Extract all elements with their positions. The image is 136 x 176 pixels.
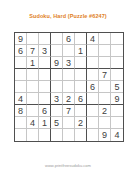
cell-r4c4 [51, 69, 63, 81]
cell-r3c8 [99, 57, 111, 69]
cell-r7c5: 7 [63, 105, 75, 117]
cell-r7c4 [51, 105, 63, 117]
cell-r1c5: 6 [63, 33, 75, 45]
cell-r5c5 [63, 81, 75, 93]
cell-r7c3: 6 [39, 105, 51, 117]
cell-r1c1: 9 [15, 33, 27, 45]
cell-r8c2: 4 [27, 117, 39, 129]
cell-r4c7 [87, 69, 99, 81]
cell-r6c7 [87, 93, 99, 105]
cell-r1c9 [111, 33, 123, 45]
cell-r4c6 [75, 69, 87, 81]
cell-r7c6 [75, 105, 87, 117]
cell-r3c9 [111, 57, 123, 69]
cell-r9c2 [27, 129, 39, 141]
cell-r9c4 [51, 129, 63, 141]
cell-r3c5: 3 [63, 57, 75, 69]
cell-r2c9 [111, 45, 123, 57]
cell-r4c9 [111, 69, 123, 81]
cell-r6c6: 6 [75, 93, 87, 105]
cell-r1c6 [75, 33, 87, 45]
cell-r9c3 [39, 129, 51, 141]
cell-r3c7 [87, 57, 99, 69]
page-title: Sudoku, Hard (Puzzle #6247) [0, 13, 136, 20]
cell-r3c4: 9 [51, 57, 63, 69]
cell-r3c6 [75, 57, 87, 69]
cell-r2c1: 6 [15, 45, 27, 57]
cell-r2c2: 7 [27, 45, 39, 57]
cell-r8c7 [87, 117, 99, 129]
cell-r7c9 [111, 105, 123, 117]
cell-r1c3 [39, 33, 51, 45]
cell-r4c5 [63, 69, 75, 81]
cell-r9c5 [63, 129, 75, 141]
cell-r3c1 [15, 57, 27, 69]
cell-r8c3: 1 [39, 117, 51, 129]
sudoku-grid: 9646731193765432698672415294 [14, 32, 124, 142]
cell-r1c2 [27, 33, 39, 45]
cell-r5c3 [39, 81, 51, 93]
cell-r5c6 [75, 81, 87, 93]
cell-r2c3: 3 [39, 45, 51, 57]
cell-r2c5 [63, 45, 75, 57]
cell-r8c8 [99, 117, 111, 129]
cell-r2c4 [51, 45, 63, 57]
cell-r6c4: 3 [51, 93, 63, 105]
cell-r2c6: 1 [75, 45, 87, 57]
cell-r8c6: 2 [75, 117, 87, 129]
cell-r8c5 [63, 117, 75, 129]
cell-r7c1: 8 [15, 105, 27, 117]
cell-r9c1 [15, 129, 27, 141]
cell-r4c1 [15, 69, 27, 81]
cell-r5c8 [99, 81, 111, 93]
cell-r6c2 [27, 93, 39, 105]
cell-r8c4: 5 [51, 117, 63, 129]
footer-url: www.printfreesudoku.com [0, 163, 136, 168]
cell-r7c8: 2 [99, 105, 111, 117]
cell-r6c8 [99, 93, 111, 105]
cell-r3c2: 1 [27, 57, 39, 69]
cell-r2c8 [99, 45, 111, 57]
cell-r6c5: 2 [63, 93, 75, 105]
cell-r9c7 [87, 129, 99, 141]
cell-r4c8: 7 [99, 69, 111, 81]
cell-r5c1 [15, 81, 27, 93]
cell-r5c4 [51, 81, 63, 93]
cell-r3c3 [39, 57, 51, 69]
cell-r1c8 [99, 33, 111, 45]
sudoku-page: Sudoku, Hard (Puzzle #6247) 964673119376… [0, 0, 136, 176]
cell-r6c3 [39, 93, 51, 105]
cell-r4c3 [39, 69, 51, 81]
cell-r9c9: 4 [111, 129, 123, 141]
cell-r7c2 [27, 105, 39, 117]
cell-r4c2 [27, 69, 39, 81]
cell-r1c4 [51, 33, 63, 45]
cell-r5c2 [27, 81, 39, 93]
cell-r5c9: 5 [111, 81, 123, 93]
cell-r9c6 [75, 129, 87, 141]
cell-r7c7 [87, 105, 99, 117]
cell-r8c9 [111, 117, 123, 129]
cell-r9c8: 9 [99, 129, 111, 141]
cell-r2c7 [87, 45, 99, 57]
cell-r6c1: 4 [15, 93, 27, 105]
cell-r5c7: 6 [87, 81, 99, 93]
cell-r8c1 [15, 117, 27, 129]
cell-r6c9: 9 [111, 93, 123, 105]
cell-r1c7: 4 [87, 33, 99, 45]
